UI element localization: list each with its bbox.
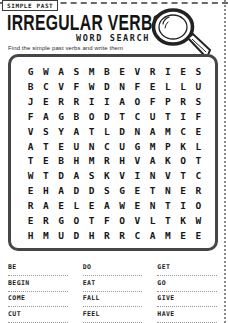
grid-cell-r12c6[interactable]: R	[99, 228, 114, 243]
grid-cell-r2c2[interactable]: C	[38, 79, 53, 94]
grid-cell-r6c7[interactable]: U	[115, 139, 130, 154]
word-item-get: GET	[157, 261, 217, 277]
grid-cell-r6c3[interactable]: E	[54, 139, 69, 154]
grid-cell-r5c6[interactable]: L	[99, 124, 114, 139]
answer-line-have[interactable]	[157, 318, 217, 323]
answer-line-begin[interactable]	[8, 287, 68, 292]
grid-cell-r12c9[interactable]: A	[145, 228, 160, 243]
grid-cell-r6c8[interactable]: G	[130, 139, 145, 154]
grid-cell-r1c12[interactable]: S	[191, 64, 206, 79]
grid-cell-r6c2[interactable]: T	[38, 139, 53, 154]
instruction-text: Find the simple past verbs and write the…	[8, 45, 123, 51]
grid-cell-r9c11[interactable]: E	[176, 183, 191, 198]
grid-cell-r12c7[interactable]: R	[115, 228, 130, 243]
grid-cell-r3c6[interactable]: I	[99, 94, 114, 109]
grid-cell-r4c11[interactable]: I	[176, 109, 191, 124]
grid-cell-r8c6[interactable]: K	[99, 168, 114, 183]
word-label-cut: CUT	[8, 311, 68, 318]
grid-cell-r4c3[interactable]: G	[54, 109, 69, 124]
grid-cell-r3c7[interactable]: A	[115, 94, 130, 109]
answer-line-do[interactable]	[83, 271, 143, 276]
grid-cell-r9c7[interactable]: G	[115, 183, 130, 198]
grid-cell-r10c1[interactable]: R	[23, 198, 38, 213]
grid-cell-r7c10[interactable]: K	[160, 154, 175, 169]
grid-cell-r1c6[interactable]: B	[99, 64, 114, 79]
grid-cell-r5c5[interactable]: T	[84, 124, 99, 139]
grid-cell-r10c12[interactable]: O	[191, 198, 206, 213]
grid-cell-r10c8[interactable]: E	[130, 198, 145, 213]
grid-cell-r8c3[interactable]: D	[54, 168, 69, 183]
grid-cell-r12c3[interactable]: U	[54, 228, 69, 243]
grid-cell-r1c9[interactable]: R	[145, 64, 160, 79]
answer-line-cut[interactable]	[8, 318, 68, 323]
word-label-go: GO	[157, 280, 217, 287]
grid-cell-r5c1[interactable]: V	[23, 124, 38, 139]
grid-cell-r12c12[interactable]: E	[191, 228, 206, 243]
grid-cell-r12c2[interactable]: M	[38, 228, 53, 243]
grid-cell-r8c4[interactable]: A	[69, 168, 84, 183]
grid-cell-r3c1[interactable]: J	[23, 94, 38, 109]
answer-line-go[interactable]	[157, 287, 217, 292]
grid-cell-r5c10[interactable]: M	[160, 124, 175, 139]
grid-cell-r10c6[interactable]: A	[99, 198, 114, 213]
grid-cell-r7c5[interactable]: M	[84, 154, 99, 169]
grid-cell-r3c5[interactable]: I	[84, 94, 99, 109]
grid-cell-r2c7[interactable]: N	[115, 79, 130, 94]
grid-cell-r8c2[interactable]: T	[38, 168, 53, 183]
grid-cell-r10c9[interactable]: N	[145, 198, 160, 213]
grid-cell-r7c2[interactable]: E	[38, 154, 53, 169]
answer-line-fall[interactable]	[83, 302, 143, 307]
grid-cell-r7c6[interactable]: R	[99, 154, 114, 169]
grid-cell-r5c9[interactable]: A	[145, 124, 160, 139]
grid-cell-r6c5[interactable]: N	[84, 139, 99, 154]
grid-cell-r11c11[interactable]: K	[176, 213, 191, 228]
grid-cell-r2c12[interactable]: U	[191, 79, 206, 94]
grid-cell-r8c11[interactable]: T	[176, 168, 191, 183]
word-item-come: COME	[8, 292, 68, 308]
grid-cell-r5c12[interactable]: E	[191, 124, 206, 139]
grid-cell-r5c4[interactable]: A	[69, 124, 84, 139]
answer-line-give[interactable]	[157, 302, 217, 307]
grid-cell-r9c2[interactable]: H	[38, 183, 53, 198]
grid-cell-r3c3[interactable]: R	[54, 94, 69, 109]
word-search-grid-box: GWASMBEVRIESBCVFWDNFELLUJERRIIAOFPRSFAGB…	[8, 54, 218, 251]
grid-cell-r6c4[interactable]: U	[69, 139, 84, 154]
grid-cell-r8c12[interactable]: C	[191, 168, 206, 183]
word-item-be: BE	[8, 261, 68, 277]
grid-cell-r3c8[interactable]: O	[130, 94, 145, 109]
grid-cell-r10c7[interactable]: W	[115, 198, 130, 213]
grid-cell-r4c7[interactable]: T	[115, 109, 130, 124]
word-item-cut: CUT	[8, 308, 68, 323]
answer-line-eat[interactable]	[83, 287, 143, 292]
grid-cell-r7c1[interactable]: T	[23, 154, 38, 169]
grid-cell-r2c6[interactable]: D	[99, 79, 114, 94]
grid-cell-r11c7[interactable]: O	[115, 213, 130, 228]
grid-cell-r6c9[interactable]: M	[145, 139, 160, 154]
page-subtitle: WORD SEARCH	[8, 33, 150, 43]
grid-cell-r4c8[interactable]: C	[130, 109, 145, 124]
grid-cell-r7c4[interactable]: H	[69, 154, 84, 169]
grid-cell-r9c10[interactable]: N	[160, 183, 175, 198]
grid-cell-r1c2[interactable]: W	[38, 64, 53, 79]
grid-cell-r10c5[interactable]: E	[84, 198, 99, 213]
magnifying-glass-icon	[150, 7, 212, 57]
word-item-begin: BEGIN	[8, 277, 68, 293]
grid-cell-r4c6[interactable]: D	[99, 109, 114, 124]
grid-cell-r2c10[interactable]: L	[160, 79, 175, 94]
word-label-begin: BEGIN	[8, 280, 68, 287]
grid-cell-r7c7[interactable]: H	[115, 154, 130, 169]
grid-cell-r5c3[interactable]: Y	[54, 124, 69, 139]
grid-cell-r11c9[interactable]: L	[145, 213, 160, 228]
grid-cell-r11c12[interactable]: W	[191, 213, 206, 228]
grid-cell-r8c1[interactable]: W	[23, 168, 38, 183]
grid-cell-r10c11[interactable]: I	[176, 198, 191, 213]
answer-line-feel[interactable]	[83, 318, 143, 323]
grid-cell-r2c3[interactable]: V	[54, 79, 69, 94]
page-border-right	[224, 0, 226, 323]
word-label-get: GET	[157, 264, 217, 271]
word-label-do: DO	[83, 264, 143, 271]
grid-cell-r3c2[interactable]: E	[38, 94, 53, 109]
grid-cell-r5c8[interactable]: N	[130, 124, 145, 139]
grid-cell-r9c12[interactable]: R	[191, 183, 206, 198]
grid-cell-r6c1[interactable]: A	[23, 139, 38, 154]
grid-cell-r2c11[interactable]: L	[176, 79, 191, 94]
grid-cell-r8c9[interactable]: N	[145, 168, 160, 183]
grid-cell-r7c11[interactable]: O	[176, 154, 191, 169]
grid-cell-r9c1[interactable]: E	[23, 183, 38, 198]
grid-cell-r9c3[interactable]: A	[54, 183, 69, 198]
grid-cell-r5c7[interactable]: D	[115, 124, 130, 139]
grid-cell-r11c2[interactable]: R	[38, 213, 53, 228]
grid-cell-r11c5[interactable]: T	[84, 213, 99, 228]
grid-cell-r12c11[interactable]: E	[176, 228, 191, 243]
word-label-fall: FALL	[83, 295, 143, 302]
grid-cell-r7c8[interactable]: V	[130, 154, 145, 169]
word-label-feel: FEEL	[83, 311, 143, 318]
grid-cell-r9c9[interactable]: T	[145, 183, 160, 198]
grid-cell-r7c3[interactable]: B	[54, 154, 69, 169]
grid-cell-r4c5[interactable]: O	[84, 109, 99, 124]
grid-cell-r7c12[interactable]: T	[191, 154, 206, 169]
grid-cell-r3c12[interactable]: S	[191, 94, 206, 109]
word-item-give: GIVE	[157, 292, 217, 308]
word-item-eat: EAT	[83, 277, 143, 293]
header-tab-label: SIMPLE PAST	[7, 2, 53, 9]
grid-cell-r11c4[interactable]: O	[69, 213, 84, 228]
grid-cell-r11c8[interactable]: V	[130, 213, 145, 228]
grid-cell-r3c11[interactable]: R	[176, 94, 191, 109]
grid-cell-r2c1[interactable]: B	[23, 79, 38, 94]
answer-line-get[interactable]	[157, 271, 217, 276]
grid-cell-r4c10[interactable]: T	[160, 109, 175, 124]
word-label-come: COME	[8, 295, 68, 302]
grid-cell-r12c8[interactable]: C	[130, 228, 145, 243]
worksheet-page: SIMPLE PAST IRREGULAR VERBS WORD SEARCH …	[0, 0, 228, 323]
grid-cell-r12c5[interactable]: H	[84, 228, 99, 243]
answer-line-be[interactable]	[8, 271, 68, 276]
grid-cell-r1c3[interactable]: A	[54, 64, 69, 79]
grid-cell-r11c1[interactable]: E	[23, 213, 38, 228]
grid-cell-r4c9[interactable]: U	[145, 109, 160, 124]
grid-cell-r6c11[interactable]: K	[176, 139, 191, 154]
grid-cell-r1c4[interactable]: S	[69, 64, 84, 79]
grid-cell-r8c5[interactable]: S	[84, 168, 99, 183]
grid-cell-r3c9[interactable]: F	[145, 94, 160, 109]
grid-cell-r9c5[interactable]: D	[84, 183, 99, 198]
grid-cell-r9c4[interactable]: D	[69, 183, 84, 198]
grid-cell-r12c1[interactable]: H	[23, 228, 38, 243]
grid-cell-r12c4[interactable]: D	[69, 228, 84, 243]
grid-cell-r5c2[interactable]: S	[38, 124, 53, 139]
grid-cell-r6c6[interactable]: C	[99, 139, 114, 154]
word-label-have: HAVE	[157, 311, 217, 318]
word-item-go: GO	[157, 277, 217, 293]
grid-cell-r3c4[interactable]: R	[69, 94, 84, 109]
word-label-give: GIVE	[157, 295, 217, 302]
grid-cell-r4c4[interactable]: B	[69, 109, 84, 124]
grid-cell-r1c11[interactable]: E	[176, 64, 191, 79]
word-item-have: HAVE	[157, 308, 217, 323]
grid-cell-r10c4[interactable]: L	[69, 198, 84, 213]
grid-cell-r2c8[interactable]: F	[130, 79, 145, 94]
word-label-be: BE	[8, 264, 68, 271]
grid-cell-r4c12[interactable]: F	[191, 109, 206, 124]
word-list: BEDOGETBEGINEATGOCOMEFALLGIVECUTFEELHAVE	[8, 261, 217, 323]
grid-cell-r11c3[interactable]: G	[54, 213, 69, 228]
grid-cell-r1c1[interactable]: G	[23, 64, 38, 79]
word-item-feel: FEEL	[83, 308, 143, 323]
grid-cell-r1c7[interactable]: E	[115, 64, 130, 79]
grid-cell-r11c6[interactable]: F	[99, 213, 114, 228]
grid-cell-r12c10[interactable]: M	[160, 228, 175, 243]
grid-cell-r1c5[interactable]: M	[84, 64, 99, 79]
grid-cell-r9c8[interactable]: E	[130, 183, 145, 198]
grid-cell-r8c8[interactable]: I	[130, 168, 145, 183]
grid-cell-r8c7[interactable]: V	[115, 168, 130, 183]
grid-cell-r7c9[interactable]: A	[145, 154, 160, 169]
word-label-eat: EAT	[83, 280, 143, 287]
grid-cell-r6c10[interactable]: P	[160, 139, 175, 154]
grid-cell-r4c2[interactable]: A	[38, 109, 53, 124]
grid-cell-r5c11[interactable]: C	[176, 124, 191, 139]
grid-cell-r2c4[interactable]: F	[69, 79, 84, 94]
grid-cell-r3c10[interactable]: P	[160, 94, 175, 109]
word-item-do: DO	[83, 261, 143, 277]
grid-cell-r11c10[interactable]: T	[160, 213, 175, 228]
grid-cell-r8c10[interactable]: V	[160, 168, 175, 183]
word-item-fall: FALL	[83, 292, 143, 308]
grid-cell-r10c10[interactable]: T	[160, 198, 175, 213]
grid-cell-r6c12[interactable]: L	[191, 139, 206, 154]
grid-cell-r10c2[interactable]: A	[38, 198, 53, 213]
grid-cell-r10c3[interactable]: E	[54, 198, 69, 213]
grid-cell-r2c9[interactable]: E	[145, 79, 160, 94]
answer-line-come[interactable]	[8, 302, 68, 307]
word-search-grid: GWASMBEVRIESBCVFWDNFELLUJERRIIAOFPRSFAGB…	[11, 57, 215, 248]
grid-cell-r4c1[interactable]: F	[23, 109, 38, 124]
grid-cell-r1c10[interactable]: I	[160, 64, 175, 79]
grid-cell-r9c6[interactable]: S	[99, 183, 114, 198]
grid-cell-r1c8[interactable]: V	[130, 64, 145, 79]
grid-cell-r2c5[interactable]: W	[84, 79, 99, 94]
